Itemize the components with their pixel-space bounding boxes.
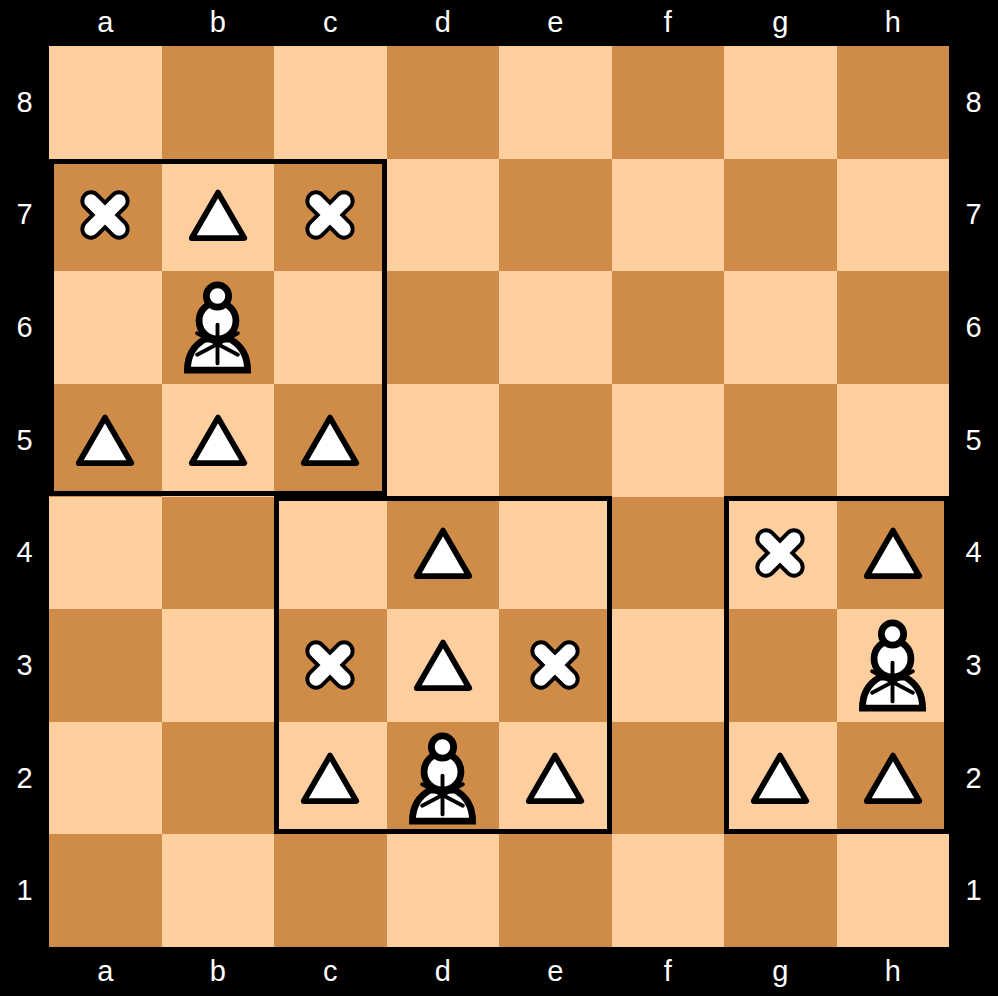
square-h7[interactable]	[837, 159, 950, 272]
triangle-icon	[298, 408, 362, 472]
rank-label-right-7: 7	[949, 159, 998, 272]
cross-icon	[77, 187, 133, 243]
chess-board	[49, 46, 949, 947]
square-f3[interactable]	[612, 609, 725, 722]
triangle-icon	[186, 408, 250, 472]
chess-diagram: abcdefgh abcdefgh 87654321 87654321	[0, 0, 998, 996]
square-b8[interactable]	[162, 46, 275, 159]
square-f8[interactable]	[612, 46, 725, 159]
rank-label-left-2: 2	[0, 722, 49, 835]
triangle-marker-g2	[748, 746, 812, 810]
square-g3[interactable]	[724, 609, 837, 722]
triangle-marker-d3	[411, 633, 475, 697]
rank-label-left-5: 5	[0, 384, 49, 497]
square-c8[interactable]	[274, 46, 387, 159]
rank-label-left-3: 3	[0, 609, 49, 722]
square-f5[interactable]	[612, 384, 725, 497]
square-f6[interactable]	[612, 271, 725, 384]
square-b5[interactable]	[162, 384, 275, 497]
file-label-bottom-g: g	[724, 947, 837, 996]
square-d3[interactable]	[387, 609, 500, 722]
square-g6[interactable]	[724, 271, 837, 384]
square-d4[interactable]	[387, 497, 500, 610]
square-b6[interactable]	[162, 271, 275, 384]
rank-label-right-8: 8	[949, 46, 998, 159]
triangle-marker-a5	[73, 408, 137, 472]
rank-label-left-8: 8	[0, 46, 49, 159]
rank-label-right-3: 3	[949, 609, 998, 722]
triangle-icon	[186, 183, 250, 247]
cross-marker-c7	[302, 187, 358, 243]
square-e6[interactable]	[499, 271, 612, 384]
square-c6[interactable]	[274, 271, 387, 384]
square-b7[interactable]	[162, 159, 275, 272]
square-f1[interactable]	[612, 834, 725, 947]
square-g5[interactable]	[724, 384, 837, 497]
triangle-icon	[861, 746, 925, 810]
square-h2[interactable]	[837, 722, 950, 835]
cross-icon	[302, 187, 358, 243]
cross-marker-a7	[77, 187, 133, 243]
square-d1[interactable]	[387, 834, 500, 947]
rank-label-right-4: 4	[949, 497, 998, 610]
file-label-top-g: g	[724, 0, 837, 44]
file-label-top-f: f	[612, 0, 725, 44]
square-a4[interactable]	[49, 497, 162, 610]
square-c2[interactable]	[274, 722, 387, 835]
file-label-top-d: d	[387, 0, 500, 44]
square-b4[interactable]	[162, 497, 275, 610]
square-f2[interactable]	[612, 722, 725, 835]
rank-label-left-6: 6	[0, 271, 49, 384]
square-e1[interactable]	[499, 834, 612, 947]
file-labels-top: abcdefgh	[49, 0, 949, 44]
square-c1[interactable]	[274, 834, 387, 947]
rank-label-right-6: 6	[949, 271, 998, 384]
file-label-bottom-c: c	[274, 947, 387, 996]
square-f7[interactable]	[612, 159, 725, 272]
square-d7[interactable]	[387, 159, 500, 272]
square-f4[interactable]	[612, 497, 725, 610]
file-label-bottom-a: a	[49, 947, 162, 996]
triangle-marker-c5	[298, 408, 362, 472]
rank-labels-left: 87654321	[0, 46, 49, 947]
file-label-bottom-d: d	[387, 947, 500, 996]
rank-label-left-7: 7	[0, 159, 49, 272]
square-h1[interactable]	[837, 834, 950, 947]
square-d2[interactable]	[387, 722, 500, 835]
rank-label-right-5: 5	[949, 384, 998, 497]
square-g7[interactable]	[724, 159, 837, 272]
square-h6[interactable]	[837, 271, 950, 384]
cross-marker-c3	[302, 637, 358, 693]
square-b2[interactable]	[162, 722, 275, 835]
square-d5[interactable]	[387, 384, 500, 497]
rank-labels-right: 87654321	[949, 46, 998, 947]
square-g4[interactable]	[724, 497, 837, 610]
square-a1[interactable]	[49, 834, 162, 947]
rank-label-right-2: 2	[949, 722, 998, 835]
square-e8[interactable]	[499, 46, 612, 159]
white-pawn-icon	[844, 617, 941, 714]
file-label-bottom-e: e	[499, 947, 612, 996]
triangle-marker-h2	[861, 746, 925, 810]
file-labels-bottom: abcdefgh	[49, 947, 949, 996]
file-label-top-h: h	[837, 0, 950, 44]
triangle-marker-c2	[298, 746, 362, 810]
triangle-icon	[861, 521, 925, 585]
rank-label-left-1: 1	[0, 834, 49, 947]
square-e3[interactable]	[499, 609, 612, 722]
triangle-icon	[523, 746, 587, 810]
square-c5[interactable]	[274, 384, 387, 497]
white-pawn-icon	[169, 279, 266, 376]
square-g2[interactable]	[724, 722, 837, 835]
triangle-marker-b7	[186, 183, 250, 247]
square-g1[interactable]	[724, 834, 837, 947]
file-label-bottom-h: h	[837, 947, 950, 996]
triangle-marker-b5	[186, 408, 250, 472]
cross-marker-g4	[752, 525, 808, 581]
square-c4[interactable]	[274, 497, 387, 610]
file-label-top-c: c	[274, 0, 387, 44]
file-label-top-a: a	[49, 0, 162, 44]
file-label-top-e: e	[499, 0, 612, 44]
triangle-marker-d4	[411, 521, 475, 585]
square-d6[interactable]	[387, 271, 500, 384]
white-pawn-d2[interactable]	[394, 730, 491, 827]
square-e4[interactable]	[499, 497, 612, 610]
square-h5[interactable]	[837, 384, 950, 497]
triangle-icon	[748, 746, 812, 810]
square-a5[interactable]	[49, 384, 162, 497]
square-g8[interactable]	[724, 46, 837, 159]
file-label-bottom-f: f	[612, 947, 725, 996]
board-grid	[49, 46, 949, 947]
cross-icon	[527, 637, 583, 693]
square-h4[interactable]	[837, 497, 950, 610]
triangle-icon	[73, 408, 137, 472]
cross-icon	[302, 637, 358, 693]
file-label-bottom-b: b	[162, 947, 275, 996]
triangle-icon	[411, 633, 475, 697]
cross-icon	[752, 525, 808, 581]
square-b3[interactable]	[162, 609, 275, 722]
white-pawn-b6[interactable]	[169, 279, 266, 376]
triangle-marker-e2	[523, 746, 587, 810]
square-d8[interactable]	[387, 46, 500, 159]
square-a6[interactable]	[49, 271, 162, 384]
triangle-icon	[298, 746, 362, 810]
square-a7[interactable]	[49, 159, 162, 272]
square-h8[interactable]	[837, 46, 950, 159]
square-a3[interactable]	[49, 609, 162, 722]
square-c3[interactable]	[274, 609, 387, 722]
white-pawn-h3[interactable]	[844, 617, 941, 714]
square-a8[interactable]	[49, 46, 162, 159]
white-pawn-icon	[394, 730, 491, 827]
cross-marker-e3	[527, 637, 583, 693]
rank-label-left-4: 4	[0, 497, 49, 610]
square-b1[interactable]	[162, 834, 275, 947]
square-e7[interactable]	[499, 159, 612, 272]
rank-label-right-1: 1	[949, 834, 998, 947]
triangle-marker-h4	[861, 521, 925, 585]
triangle-icon	[411, 521, 475, 585]
file-label-top-b: b	[162, 0, 275, 44]
square-e5[interactable]	[499, 384, 612, 497]
square-h3[interactable]	[837, 609, 950, 722]
square-a2[interactable]	[49, 722, 162, 835]
square-e2[interactable]	[499, 722, 612, 835]
square-c7[interactable]	[274, 159, 387, 272]
